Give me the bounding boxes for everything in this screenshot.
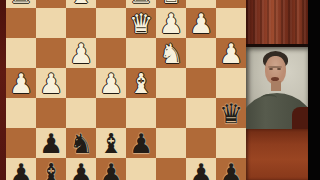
square-g2[interactable] [36, 8, 66, 38]
square-e1[interactable] [96, 0, 126, 8]
piece-black-pawn[interactable]: ♟ [66, 158, 96, 180]
square-h2[interactable] [6, 8, 36, 38]
piece-white-pawn[interactable]: ♟ [156, 8, 186, 38]
piece-black-pawn[interactable]: ♟ [96, 158, 126, 180]
square-f4[interactable] [66, 68, 96, 98]
presenter-collar [261, 94, 277, 102]
piece-black-pawn[interactable]: ♟ [216, 158, 246, 180]
square-b5[interactable] [186, 98, 216, 128]
piece-black-queen[interactable]: ♛ [216, 98, 246, 128]
piece-white-pawn[interactable]: ♟ [66, 38, 96, 68]
piece-white-pawn[interactable]: ♟ [216, 38, 246, 68]
square-a6[interactable] [216, 128, 246, 158]
chess-board-grid: ♜♝♜♚♛♟♟♟♞♟♟♟♟♝♛♟♞♝♟♟♝♟♟♟♟ [6, 0, 246, 180]
square-g5[interactable] [36, 98, 66, 128]
background-right-black-bar [308, 0, 320, 180]
piece-black-pawn[interactable]: ♟ [36, 128, 66, 158]
square-e5[interactable] [96, 98, 126, 128]
square-d3[interactable] [126, 38, 156, 68]
presenter-left-eye [269, 68, 273, 70]
piece-black-bishop[interactable]: ♝ [36, 158, 66, 180]
square-d7[interactable] [126, 158, 156, 180]
square-c7[interactable] [156, 158, 186, 180]
piece-white-knight[interactable]: ♞ [156, 38, 186, 68]
piece-white-pawn[interactable]: ♟ [36, 68, 66, 98]
square-c6[interactable] [156, 128, 186, 158]
square-g1[interactable] [36, 0, 66, 8]
square-b4[interactable] [186, 68, 216, 98]
piece-white-queen[interactable]: ♛ [126, 8, 156, 38]
background-wood-panel [246, 0, 308, 46]
square-e2[interactable] [96, 8, 126, 38]
piece-white-pawn[interactable]: ♟ [186, 8, 216, 38]
piece-black-pawn[interactable]: ♟ [126, 128, 156, 158]
chess-board: ♜♝♜♚♛♟♟♟♞♟♟♟♟♝♛♟♞♝♟♟♝♟♟♟♟ [6, 0, 246, 180]
square-f2[interactable] [66, 8, 96, 38]
presenter-face [265, 56, 286, 84]
square-b3[interactable] [186, 38, 216, 68]
presenter-neck [271, 81, 281, 91]
square-h3[interactable] [6, 38, 36, 68]
wood-grain-texture [246, 0, 308, 44]
video-frame: ♜♝♜♚♛♟♟♟♞♟♟♟♟♝♛♟♞♝♟♟♝♟♟♟♟ [0, 0, 320, 180]
webcam-feed [246, 47, 308, 129]
square-h6[interactable] [6, 128, 36, 158]
square-c5[interactable] [156, 98, 186, 128]
piece-black-bishop[interactable]: ♝ [96, 128, 126, 158]
piece-white-bishop[interactable]: ♝ [126, 68, 156, 98]
red-furniture [292, 107, 308, 129]
square-a4[interactable] [216, 68, 246, 98]
square-d5[interactable] [126, 98, 156, 128]
piece-white-rook[interactable]: ♜ [6, 0, 36, 8]
piece-black-knight[interactable]: ♞ [66, 128, 96, 158]
square-b1[interactable] [186, 0, 216, 8]
square-a1[interactable] [216, 0, 246, 8]
piece-white-bishop[interactable]: ♝ [66, 0, 96, 8]
square-c4[interactable] [156, 68, 186, 98]
piece-white-king[interactable]: ♚ [156, 0, 186, 8]
square-h5[interactable] [6, 98, 36, 128]
square-a2[interactable] [216, 8, 246, 38]
square-g3[interactable] [36, 38, 66, 68]
square-b6[interactable] [186, 128, 216, 158]
background-furniture-lower [246, 129, 308, 180]
square-f5[interactable] [66, 98, 96, 128]
piece-white-pawn[interactable]: ♟ [6, 68, 36, 98]
piece-black-pawn[interactable]: ♟ [6, 158, 36, 180]
piece-white-pawn[interactable]: ♟ [96, 68, 126, 98]
piece-white-rook[interactable]: ♜ [126, 0, 156, 8]
square-e3[interactable] [96, 38, 126, 68]
piece-black-pawn[interactable]: ♟ [186, 158, 216, 180]
presenter-right-eye [277, 68, 281, 70]
